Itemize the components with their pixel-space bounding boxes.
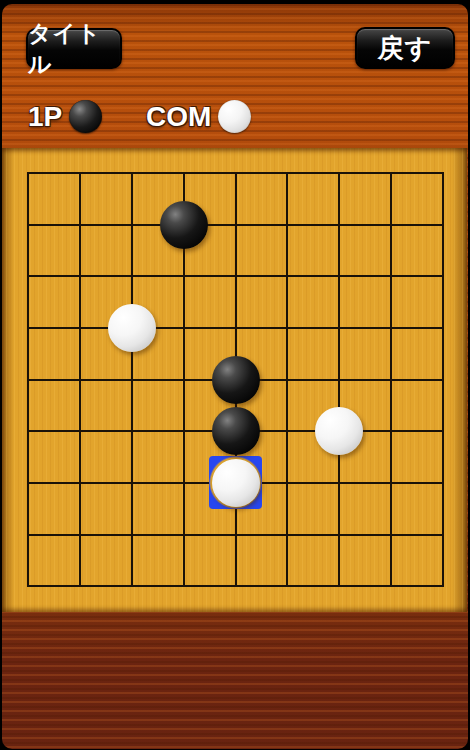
player1-label: 1P [28, 101, 62, 133]
grid-line-vertical [390, 172, 392, 587]
black-stone [212, 356, 260, 404]
white-stone [315, 407, 363, 455]
com-label: COM [146, 101, 211, 133]
grid-line-vertical [338, 172, 340, 587]
black-stone [160, 201, 208, 249]
grid-line-horizontal [27, 534, 444, 536]
black-stone [212, 407, 260, 455]
title-button[interactable]: タイトル [26, 28, 122, 69]
grid-line-horizontal [27, 585, 444, 587]
grid-line-vertical [442, 172, 444, 587]
app-screen: タイトル 戻す 1P COM [0, 0, 470, 750]
white-stone [108, 304, 156, 352]
player1-black-stone-icon [69, 100, 102, 133]
white-stone [212, 459, 260, 507]
undo-button[interactable]: 戻す [355, 27, 455, 69]
go-board[interactable] [2, 148, 467, 612]
com-white-stone-icon [218, 100, 251, 133]
grid-line-vertical [286, 172, 288, 587]
